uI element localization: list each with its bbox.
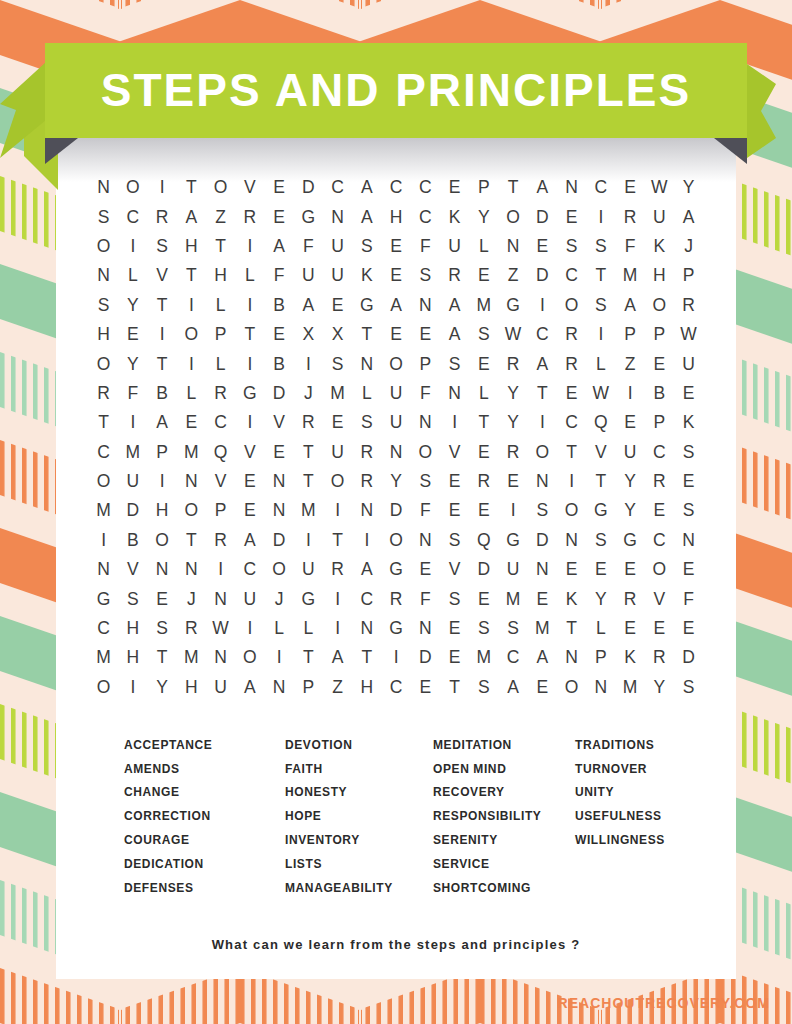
grid-cell: G <box>382 555 411 584</box>
grid-cell: N <box>177 467 206 496</box>
grid-cell: B <box>118 526 147 555</box>
grid-cell: S <box>557 232 586 261</box>
grid-cell: E <box>440 173 469 202</box>
word-list-item: UNITY <box>575 781 696 805</box>
grid-cell: N <box>411 291 440 320</box>
grid-cell: T <box>528 379 557 408</box>
grid-cell: A <box>323 643 352 672</box>
grid-cell: E <box>440 614 469 643</box>
grid-cell: E <box>469 261 498 290</box>
grid-cell: E <box>411 320 440 349</box>
grid-cell: H <box>148 496 177 525</box>
grid-cell: F <box>265 261 294 290</box>
grid-cell: G <box>294 584 323 613</box>
grid-cell: L <box>118 261 147 290</box>
grid-cell: Y <box>382 467 411 496</box>
word-list-item: HONESTY <box>285 781 433 805</box>
grid-cell: I <box>235 291 264 320</box>
grid-cell: B <box>148 379 177 408</box>
page-title: STEPS AND PRINCIPLES <box>45 63 747 118</box>
grid-cell: O <box>148 526 177 555</box>
grid-cell: E <box>323 291 352 320</box>
grid-cell: H <box>352 673 381 702</box>
grid-cell: R <box>177 614 206 643</box>
grid-cell: I <box>294 349 323 378</box>
grid-cell: L <box>586 614 615 643</box>
grid-cell: O <box>89 232 118 261</box>
grid-cell: I <box>235 614 264 643</box>
word-list-item: SERVICE <box>433 852 575 876</box>
grid-cell: C <box>206 408 235 437</box>
word-list-item: DEFENSES <box>124 876 285 900</box>
grid-cell: W <box>645 173 674 202</box>
grid-cell: S <box>469 320 498 349</box>
grid-cell: Y <box>674 173 703 202</box>
grid-cell: N <box>206 643 235 672</box>
grid-cell: G <box>235 379 264 408</box>
grid-cell: H <box>118 614 147 643</box>
grid-cell: N <box>411 408 440 437</box>
grid-cell: S <box>586 291 615 320</box>
grid-cell: P <box>586 643 615 672</box>
grid-cell: S <box>586 232 615 261</box>
grid-cell: I <box>528 291 557 320</box>
grid-cell: O <box>382 349 411 378</box>
grid-cell: N <box>89 555 118 584</box>
word-list-item: RECOVERY <box>433 781 575 805</box>
grid-cell: O <box>557 496 586 525</box>
grid-cell: U <box>440 232 469 261</box>
grid-cell: R <box>440 261 469 290</box>
grid-cell: D <box>528 261 557 290</box>
grid-cell: E <box>674 467 703 496</box>
grid-cell: R <box>499 438 528 467</box>
grid-cell: Z <box>206 202 235 231</box>
grid-cell: E <box>235 467 264 496</box>
grid-cell: P <box>469 173 498 202</box>
grid-cell: D <box>674 643 703 672</box>
grid-cell: U <box>118 467 147 496</box>
grid-cell: L <box>469 232 498 261</box>
word-list-item: USEFULNESS <box>575 804 696 828</box>
grid-cell: D <box>118 496 147 525</box>
grid-cell: N <box>352 614 381 643</box>
grid-cell: E <box>557 379 586 408</box>
grid-cell: D <box>528 202 557 231</box>
grid-cell: V <box>118 555 147 584</box>
grid-cell: M <box>177 438 206 467</box>
grid-cell: M <box>294 496 323 525</box>
grid-cell: T <box>148 291 177 320</box>
grid-cell: E <box>674 614 703 643</box>
grid-cell: T <box>352 643 381 672</box>
grid-cell: I <box>118 408 147 437</box>
grid-cell: B <box>645 379 674 408</box>
grid-cell: E <box>469 584 498 613</box>
grid-cell: N <box>352 349 381 378</box>
grid-cell: S <box>674 673 703 702</box>
grid-cell: X <box>294 320 323 349</box>
grid-cell: X <box>323 320 352 349</box>
grid-cell: V <box>440 555 469 584</box>
grid-cell: T <box>177 173 206 202</box>
grid-cell: T <box>499 173 528 202</box>
grid-cell: C <box>411 202 440 231</box>
grid-cell: N <box>206 584 235 613</box>
grid-cell: N <box>352 496 381 525</box>
grid-cell: P <box>645 408 674 437</box>
grid-cell: S <box>352 408 381 437</box>
grid-cell: E <box>411 673 440 702</box>
grid-cell: V <box>206 467 235 496</box>
grid-cell: I <box>235 408 264 437</box>
grid-cell: I <box>586 202 615 231</box>
grid-cell: O <box>645 291 674 320</box>
grid-cell: A <box>148 408 177 437</box>
word-list-item: RESPONSIBILITY <box>433 804 575 828</box>
grid-cell: G <box>586 496 615 525</box>
grid-cell: R <box>206 379 235 408</box>
grid-cell: E <box>616 408 645 437</box>
grid-cell: G <box>499 291 528 320</box>
grid-cell: T <box>440 673 469 702</box>
grid-cell: E <box>382 320 411 349</box>
grid-cell: N <box>528 467 557 496</box>
footer-link[interactable]: REACHOUTRECOVERY.COM <box>558 995 770 1011</box>
grid-cell: O <box>118 173 147 202</box>
grid-cell: U <box>323 232 352 261</box>
grid-cell: R <box>206 526 235 555</box>
grid-cell: H <box>382 202 411 231</box>
grid-cell: T <box>294 467 323 496</box>
grid-cell: U <box>382 408 411 437</box>
grid-cell: D <box>382 496 411 525</box>
grid-cell: T <box>177 261 206 290</box>
grid-cell: Y <box>469 202 498 231</box>
grid-cell: J <box>265 584 294 613</box>
grid-cell: P <box>411 349 440 378</box>
grid-cell: Z <box>499 261 528 290</box>
grid-cell: H <box>177 232 206 261</box>
grid-cell: H <box>177 673 206 702</box>
grid-cell: S <box>674 496 703 525</box>
question-text: What can we learn from the steps and pri… <box>56 937 736 952</box>
grid-cell: A <box>352 555 381 584</box>
grid-cell: E <box>411 555 440 584</box>
grid-cell: N <box>528 555 557 584</box>
grid-cell: T <box>586 467 615 496</box>
grid-cell: U <box>294 555 323 584</box>
grid-cell: W <box>206 614 235 643</box>
word-list-item: CORRECTION <box>124 804 285 828</box>
grid-cell: V <box>645 584 674 613</box>
grid-cell: O <box>382 526 411 555</box>
grid-cell: E <box>557 202 586 231</box>
grid-cell: R <box>382 584 411 613</box>
grid-cell: S <box>469 614 498 643</box>
grid-cell: I <box>382 643 411 672</box>
grid-cell: A <box>616 291 645 320</box>
grid-cell: M <box>616 673 645 702</box>
word-list-item: FAITH <box>285 757 433 781</box>
grid-cell: R <box>616 584 645 613</box>
word-list-item: OPEN MIND <box>433 757 575 781</box>
grid-cell: T <box>557 438 586 467</box>
grid-cell: O <box>528 438 557 467</box>
grid-cell: I <box>557 467 586 496</box>
grid-cell: S <box>352 232 381 261</box>
grid-cell: Q <box>206 438 235 467</box>
grid-cell: G <box>294 202 323 231</box>
grid-cell: T <box>323 526 352 555</box>
grid-cell: T <box>148 643 177 672</box>
grid-cell: I <box>89 526 118 555</box>
grid-cell: A <box>499 673 528 702</box>
grid-cell: F <box>616 232 645 261</box>
grid-cell: N <box>411 614 440 643</box>
grid-cell: T <box>352 320 381 349</box>
word-search-grid: NOITOVEDCACCEPTANCEWYSCRAZREGNAHCKYODEIR… <box>89 173 703 702</box>
grid-cell: O <box>177 320 206 349</box>
grid-cell: W <box>499 320 528 349</box>
grid-cell: N <box>440 379 469 408</box>
grid-cell: G <box>499 526 528 555</box>
grid-cell: N <box>265 673 294 702</box>
word-list-item: COURAGE <box>124 828 285 852</box>
grid-cell: O <box>499 202 528 231</box>
grid-cell: G <box>89 584 118 613</box>
grid-cell: N <box>674 526 703 555</box>
grid-cell: R <box>469 467 498 496</box>
grid-cell: R <box>294 408 323 437</box>
grid-cell: U <box>616 438 645 467</box>
grid-cell: M <box>323 379 352 408</box>
grid-cell: C <box>323 173 352 202</box>
grid-cell: A <box>352 173 381 202</box>
grid-cell: E <box>616 614 645 643</box>
grid-cell: V <box>586 438 615 467</box>
grid-cell: D <box>265 526 294 555</box>
grid-cell: R <box>499 349 528 378</box>
grid-cell: U <box>235 584 264 613</box>
grid-cell: T <box>89 408 118 437</box>
grid-cell: A <box>382 291 411 320</box>
grid-cell: L <box>265 614 294 643</box>
word-list-item: ACCEPTANCE <box>124 733 285 757</box>
grid-cell: E <box>616 173 645 202</box>
grid-cell: M <box>469 291 498 320</box>
grid-cell: E <box>528 232 557 261</box>
grid-cell: L <box>352 379 381 408</box>
grid-cell: E <box>148 584 177 613</box>
grid-cell: O <box>89 467 118 496</box>
grid-cell: Y <box>499 408 528 437</box>
word-list-item: TURNOVER <box>575 757 696 781</box>
grid-cell: S <box>440 526 469 555</box>
grid-cell: G <box>382 614 411 643</box>
grid-cell: S <box>586 526 615 555</box>
grid-cell: Y <box>118 291 147 320</box>
grid-cell: I <box>177 349 206 378</box>
word-list-item: MEDITATION <box>433 733 575 757</box>
grid-cell: R <box>89 379 118 408</box>
grid-cell: A <box>294 291 323 320</box>
grid-cell: I <box>586 320 615 349</box>
grid-cell: L <box>177 379 206 408</box>
grid-cell: E <box>674 379 703 408</box>
grid-cell: R <box>674 291 703 320</box>
grid-cell: U <box>499 555 528 584</box>
grid-cell: M <box>616 261 645 290</box>
grid-cell: Y <box>586 584 615 613</box>
grid-cell: A <box>265 232 294 261</box>
grid-cell: K <box>616 643 645 672</box>
grid-cell: E <box>499 467 528 496</box>
word-list-item: WILLINGNESS <box>575 828 696 852</box>
grid-cell: C <box>499 643 528 672</box>
grid-cell: P <box>674 261 703 290</box>
grid-cell: N <box>89 173 118 202</box>
word-list-item: INVENTORY <box>285 828 433 852</box>
grid-cell: W <box>674 320 703 349</box>
grid-cell: R <box>645 643 674 672</box>
grid-cell: T <box>586 261 615 290</box>
grid-cell: D <box>528 526 557 555</box>
grid-cell: A <box>528 643 557 672</box>
grid-cell: D <box>294 173 323 202</box>
grid-cell: M <box>177 643 206 672</box>
grid-cell: Q <box>586 408 615 437</box>
grid-cell: I <box>528 408 557 437</box>
word-list-item: TRADITIONS <box>575 733 696 757</box>
grid-cell: U <box>323 438 352 467</box>
grid-cell: U <box>382 379 411 408</box>
grid-cell: E <box>382 261 411 290</box>
grid-cell: F <box>411 232 440 261</box>
word-list-item: AMENDS <box>124 757 285 781</box>
grid-cell: V <box>265 408 294 437</box>
grid-cell: T <box>469 408 498 437</box>
grid-cell: A <box>352 202 381 231</box>
grid-cell: R <box>323 555 352 584</box>
grid-cell: F <box>118 379 147 408</box>
grid-cell: N <box>382 438 411 467</box>
grid-cell: E <box>440 496 469 525</box>
grid-cell: N <box>411 526 440 555</box>
grid-cell: O <box>411 438 440 467</box>
grid-cell: H <box>206 261 235 290</box>
grid-cell: N <box>586 673 615 702</box>
grid-cell: U <box>294 261 323 290</box>
grid-cell: L <box>586 349 615 378</box>
grid-cell: H <box>118 643 147 672</box>
grid-cell: E <box>645 349 674 378</box>
grid-cell: M <box>528 614 557 643</box>
grid-cell: Z <box>616 349 645 378</box>
grid-cell: Y <box>499 379 528 408</box>
grid-cell: T <box>557 614 586 643</box>
grid-cell: I <box>148 173 177 202</box>
grid-cell: H <box>645 261 674 290</box>
grid-cell: R <box>557 320 586 349</box>
grid-cell: O <box>557 673 586 702</box>
grid-cell: F <box>411 496 440 525</box>
grid-cell: I <box>323 584 352 613</box>
grid-cell: R <box>557 349 586 378</box>
grid-cell: E <box>528 584 557 613</box>
grid-cell: R <box>616 202 645 231</box>
grid-cell: T <box>294 643 323 672</box>
grid-cell: S <box>499 614 528 643</box>
grid-cell: T <box>235 320 264 349</box>
grid-cell: S <box>440 584 469 613</box>
grid-cell: Y <box>148 673 177 702</box>
grid-cell: I <box>118 232 147 261</box>
grid-cell: E <box>674 555 703 584</box>
grid-cell: Q <box>469 526 498 555</box>
grid-cell: M <box>499 584 528 613</box>
grid-cell: H <box>89 320 118 349</box>
grid-cell: E <box>118 320 147 349</box>
grid-cell: F <box>674 584 703 613</box>
grid-cell: F <box>411 379 440 408</box>
grid-cell: S <box>89 202 118 231</box>
grid-cell: S <box>148 614 177 643</box>
grid-cell: S <box>118 584 147 613</box>
grid-cell: I <box>235 349 264 378</box>
grid-cell: S <box>469 673 498 702</box>
word-list-item: DEDICATION <box>124 852 285 876</box>
grid-cell: G <box>352 291 381 320</box>
grid-cell: E <box>265 438 294 467</box>
grid-cell: P <box>206 320 235 349</box>
grid-cell: S <box>148 232 177 261</box>
grid-cell: S <box>528 496 557 525</box>
grid-cell: N <box>323 202 352 231</box>
grid-cell: C <box>557 261 586 290</box>
grid-cell: D <box>411 643 440 672</box>
grid-cell: C <box>235 555 264 584</box>
grid-cell: B <box>265 291 294 320</box>
grid-cell: C <box>645 526 674 555</box>
grid-cell: M <box>89 643 118 672</box>
grid-cell: C <box>118 202 147 231</box>
grid-cell: N <box>557 526 586 555</box>
grid-cell: A <box>674 202 703 231</box>
grid-cell: N <box>265 467 294 496</box>
grid-cell: R <box>352 438 381 467</box>
grid-cell: E <box>469 349 498 378</box>
grid-cell: R <box>352 467 381 496</box>
grid-cell: K <box>352 261 381 290</box>
grid-cell: K <box>645 232 674 261</box>
grid-cell: I <box>148 320 177 349</box>
grid-cell: I <box>206 555 235 584</box>
grid-cell: V <box>440 438 469 467</box>
grid-cell: E <box>586 555 615 584</box>
grid-cell: O <box>89 349 118 378</box>
grid-cell: I <box>440 408 469 437</box>
grid-cell: D <box>469 555 498 584</box>
grid-cell: S <box>411 467 440 496</box>
grid-cell: P <box>616 320 645 349</box>
grid-cell: I <box>323 614 352 643</box>
grid-cell: P <box>294 673 323 702</box>
grid-cell: S <box>674 438 703 467</box>
grid-cell: E <box>469 438 498 467</box>
grid-cell: U <box>206 673 235 702</box>
grid-cell: C <box>382 673 411 702</box>
